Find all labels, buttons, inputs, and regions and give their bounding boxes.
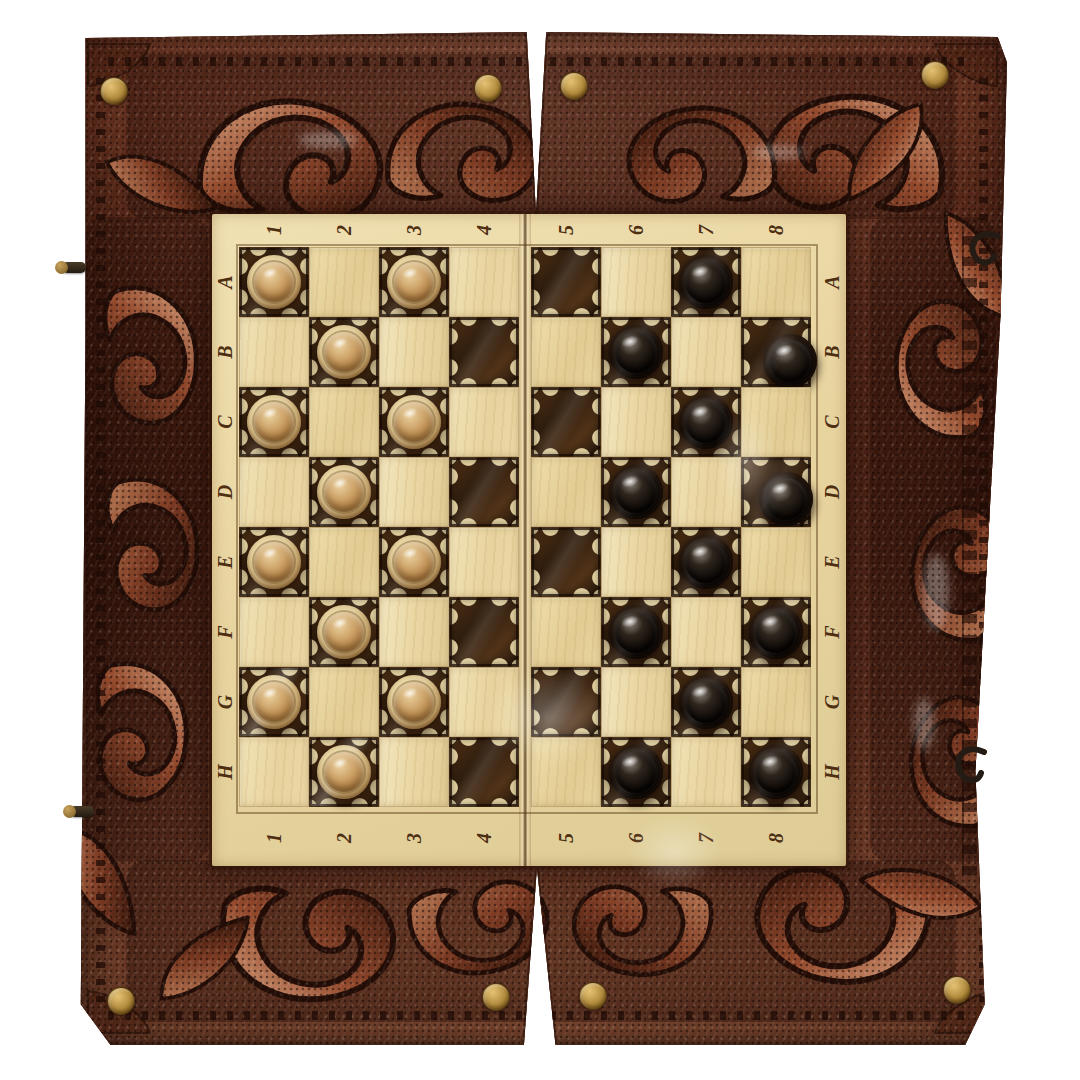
rank-label-right-F: F	[821, 625, 844, 638]
rank-label-left-F: F	[214, 625, 237, 638]
file-label-top-2: 2	[333, 225, 356, 235]
square-C5[interactable]	[531, 387, 601, 457]
clasp-hook[interactable]	[62, 262, 86, 273]
rank-label-left-H: H	[214, 764, 237, 780]
square-B7[interactable]	[671, 317, 741, 387]
square-D5[interactable]	[531, 457, 601, 527]
dark-piece-D8[interactable]	[759, 472, 813, 526]
light-piece-C1[interactable]	[247, 395, 301, 449]
brass-pin	[107, 987, 135, 1015]
rank-label-right-C: C	[821, 415, 844, 428]
light-piece-C3[interactable]	[387, 395, 441, 449]
file-label-bottom-4: 4	[473, 833, 496, 843]
square-B8[interactable]	[741, 317, 811, 387]
square-C8[interactable]	[741, 387, 811, 457]
carved-wooden-box: 1122334455667788AABBCCDDEEFFGGHH	[78, 32, 1007, 1045]
square-G4[interactable]	[449, 667, 519, 737]
file-label-bottom-8: 8	[765, 833, 788, 843]
square-F5[interactable]	[531, 597, 601, 667]
square-H5[interactable]	[531, 737, 601, 807]
square-B5[interactable]	[531, 317, 601, 387]
dark-piece-A7[interactable]	[679, 255, 733, 309]
square-C4[interactable]	[449, 387, 519, 457]
rank-label-left-A: A	[214, 275, 237, 288]
square-C2[interactable]	[309, 387, 379, 457]
rank-label-left-C: C	[214, 415, 237, 428]
square-H1[interactable]	[239, 737, 309, 807]
dark-piece-E7[interactable]	[679, 535, 733, 589]
square-E7[interactable]	[671, 527, 741, 597]
square-H6[interactable]	[601, 737, 671, 807]
file-label-bottom-1: 1	[263, 833, 286, 843]
file-label-bottom-5: 5	[555, 833, 578, 843]
square-A8[interactable]	[741, 247, 811, 317]
dark-piece-B8[interactable]	[763, 334, 817, 388]
square-D2[interactable]	[309, 457, 379, 527]
dark-piece-H8[interactable]	[749, 745, 803, 799]
square-F6[interactable]	[601, 597, 671, 667]
file-label-top-5: 5	[555, 225, 578, 235]
light-piece-A1[interactable]	[247, 255, 301, 309]
square-F2[interactable]	[309, 597, 379, 667]
file-label-top-7: 7	[695, 225, 718, 235]
square-E5[interactable]	[531, 527, 601, 597]
square-G2[interactable]	[309, 667, 379, 737]
clasp-hook[interactable]	[964, 228, 1004, 276]
square-A1[interactable]	[239, 247, 309, 317]
square-C3[interactable]	[379, 387, 449, 457]
rank-label-right-E: E	[821, 555, 844, 568]
square-C1[interactable]	[239, 387, 309, 457]
rank-label-right-B: B	[821, 345, 844, 358]
board-fold-seam	[519, 214, 531, 866]
file-label-bottom-2: 2	[333, 833, 356, 843]
square-F7[interactable]	[671, 597, 741, 667]
square-C7[interactable]	[671, 387, 741, 457]
square-G8[interactable]	[741, 667, 811, 737]
rank-label-right-D: D	[821, 485, 844, 499]
rank-label-left-G: G	[214, 695, 237, 709]
square-E6[interactable]	[601, 527, 671, 597]
square-E2[interactable]	[309, 527, 379, 597]
brass-pin	[579, 982, 607, 1010]
square-F8[interactable]	[741, 597, 811, 667]
square-F3[interactable]	[379, 597, 449, 667]
square-A5[interactable]	[531, 247, 601, 317]
square-A2[interactable]	[309, 247, 379, 317]
square-E3[interactable]	[379, 527, 449, 597]
square-A3[interactable]	[379, 247, 449, 317]
dark-piece-F6[interactable]	[609, 605, 663, 659]
square-B6[interactable]	[601, 317, 671, 387]
square-A7[interactable]	[671, 247, 741, 317]
square-H7[interactable]	[671, 737, 741, 807]
dark-piece-B6[interactable]	[609, 325, 663, 379]
square-E8[interactable]	[741, 527, 811, 597]
square-C6[interactable]	[601, 387, 671, 457]
square-B3[interactable]	[379, 317, 449, 387]
file-label-top-6: 6	[625, 225, 648, 235]
light-piece-F2[interactable]	[317, 605, 371, 659]
brass-pin	[474, 74, 502, 102]
square-E4[interactable]	[449, 527, 519, 597]
file-label-top-3: 3	[403, 225, 426, 235]
dark-piece-C7[interactable]	[679, 395, 733, 449]
checkers-board: 1122334455667788AABBCCDDEEFFGGHH	[212, 214, 846, 866]
square-G7[interactable]	[671, 667, 741, 737]
square-F4[interactable]	[449, 597, 519, 667]
rank-label-right-H: H	[821, 764, 844, 780]
square-D7[interactable]	[671, 457, 741, 527]
brass-pin	[482, 983, 510, 1011]
square-A6[interactable]	[601, 247, 671, 317]
light-piece-A3[interactable]	[387, 255, 441, 309]
light-piece-E1[interactable]	[247, 535, 301, 589]
light-piece-B2[interactable]	[317, 325, 371, 379]
light-piece-G3[interactable]	[387, 675, 441, 729]
brass-pin	[943, 976, 971, 1004]
rank-label-left-D: D	[214, 485, 237, 499]
rank-label-left-E: E	[214, 555, 237, 568]
file-label-top-1: 1	[263, 225, 286, 235]
file-label-bottom-3: 3	[403, 833, 426, 843]
square-B4[interactable]	[449, 317, 519, 387]
square-D3[interactable]	[379, 457, 449, 527]
brass-pin	[560, 72, 588, 100]
square-B2[interactable]	[309, 317, 379, 387]
square-D6[interactable]	[601, 457, 671, 527]
square-D1[interactable]	[239, 457, 309, 527]
square-G5[interactable]	[531, 667, 601, 737]
clasp-hook[interactable]	[70, 806, 94, 817]
square-G3[interactable]	[379, 667, 449, 737]
file-label-bottom-7: 7	[695, 833, 718, 843]
light-piece-H2[interactable]	[317, 745, 371, 799]
light-piece-G1[interactable]	[247, 675, 301, 729]
square-E1[interactable]	[239, 527, 309, 597]
rank-label-left-B: B	[214, 345, 237, 358]
dark-piece-D6[interactable]	[609, 465, 663, 519]
dark-piece-G7[interactable]	[679, 675, 733, 729]
square-G6[interactable]	[601, 667, 671, 737]
brass-pin	[100, 77, 128, 105]
light-piece-D2[interactable]	[317, 465, 371, 519]
square-H4[interactable]	[449, 737, 519, 807]
square-H3[interactable]	[379, 737, 449, 807]
square-H8[interactable]	[741, 737, 811, 807]
light-piece-E3[interactable]	[387, 535, 441, 589]
file-label-top-8: 8	[765, 225, 788, 235]
square-D8[interactable]	[741, 457, 811, 527]
square-B1[interactable]	[239, 317, 309, 387]
square-F1[interactable]	[239, 597, 309, 667]
file-label-top-4: 4	[473, 225, 496, 235]
photo-background: 1122334455667788AABBCCDDEEFFGGHH	[0, 0, 1080, 1080]
square-H2[interactable]	[309, 737, 379, 807]
clasp-hook[interactable]	[950, 742, 990, 794]
rank-label-right-G: G	[821, 695, 844, 709]
square-D4[interactable]	[449, 457, 519, 527]
dark-piece-F8[interactable]	[749, 605, 803, 659]
square-G1[interactable]	[239, 667, 309, 737]
square-A4[interactable]	[449, 247, 519, 317]
brass-pin	[921, 61, 949, 89]
file-label-bottom-6: 6	[625, 833, 648, 843]
rank-label-right-A: A	[821, 275, 844, 288]
dark-piece-H6[interactable]	[609, 745, 663, 799]
